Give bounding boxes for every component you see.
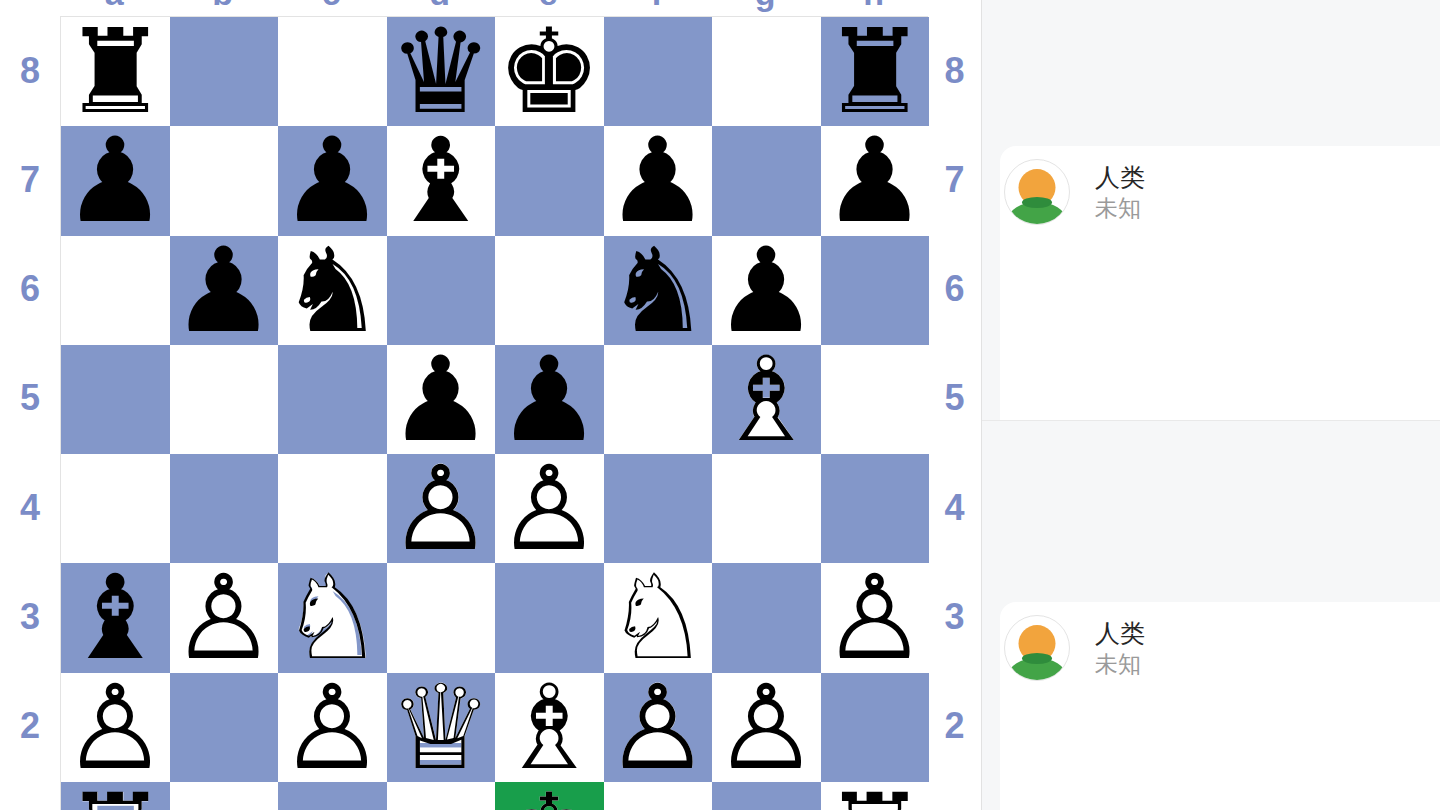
square-g5[interactable]: ♝♗: [712, 345, 821, 454]
rank-labels-left-8: 8: [0, 16, 60, 125]
piece-wK-e1[interactable]: ♚♔: [495, 782, 604, 810]
file-label-g: g: [711, 0, 820, 13]
piece-wP-g2[interactable]: ♟♙: [712, 673, 821, 782]
rank-labels-right-7: 7: [928, 125, 981, 234]
file-labels: abcdefgh: [60, 0, 928, 12]
square-g1[interactable]: [712, 782, 821, 810]
square-a5[interactable]: [61, 345, 170, 454]
file-label-c: c: [277, 0, 386, 13]
square-d1[interactable]: [387, 782, 496, 810]
piece-wP-b3[interactable]: ♟♙: [170, 563, 279, 672]
file-label-f: f: [603, 0, 712, 13]
square-d5[interactable]: ♟: [387, 345, 496, 454]
square-a7[interactable]: ♟: [61, 126, 170, 235]
square-c7[interactable]: ♟: [278, 126, 387, 235]
piece-bP-d5[interactable]: ♟: [387, 345, 496, 454]
square-c6[interactable]: ♞: [278, 236, 387, 345]
square-g7[interactable]: [712, 126, 821, 235]
square-e1[interactable]: ♚♔: [495, 782, 604, 810]
square-h3[interactable]: ♟♙: [821, 563, 930, 672]
side-panel: 人类 未知 人类 未知: [982, 0, 1440, 810]
piece-wP-f2[interactable]: ♟♙: [604, 673, 713, 782]
square-d2[interactable]: ♛♕: [387, 673, 496, 782]
square-d4[interactable]: ♟♙: [387, 454, 496, 563]
square-c2[interactable]: ♟♙: [278, 673, 387, 782]
square-c8[interactable]: [278, 17, 387, 126]
file-label-b: b: [169, 0, 278, 13]
piece-wQ-d2[interactable]: ♛♕: [387, 673, 496, 782]
square-g4[interactable]: [712, 454, 821, 563]
player2-avatar-icon[interactable]: [1004, 615, 1070, 681]
square-e5[interactable]: ♟: [495, 345, 604, 454]
square-e8[interactable]: ♚: [495, 17, 604, 126]
rank-labels-left-1: 1: [0, 781, 60, 810]
square-a2[interactable]: ♟♙: [61, 673, 170, 782]
square-b2[interactable]: [170, 673, 279, 782]
piece-bP-b6[interactable]: ♟: [170, 236, 279, 345]
square-f2[interactable]: ♟♙: [604, 673, 713, 782]
rank-labels-right-6: 6: [928, 235, 981, 344]
square-a4[interactable]: [61, 454, 170, 563]
square-e2[interactable]: ♝♗: [495, 673, 604, 782]
square-a3[interactable]: ♝: [61, 563, 170, 672]
board-region: abcdefgh 87654321 87654321 ♜♛♚♜♟♟♝♟♟♟♞♞♟…: [0, 0, 981, 810]
square-a8[interactable]: ♜: [61, 17, 170, 126]
square-b6[interactable]: ♟: [170, 236, 279, 345]
square-d7[interactable]: ♝: [387, 126, 496, 235]
square-b5[interactable]: [170, 345, 279, 454]
square-f8[interactable]: [604, 17, 713, 126]
square-g8[interactable]: [712, 17, 821, 126]
chess-board: ♜♛♚♜♟♟♝♟♟♟♞♞♟♟♟♝♗♟♙♟♙♝♟♙♞♘♞♘♟♙♟♙♟♙♛♕♝♗♟♙…: [60, 16, 928, 810]
square-h6[interactable]: [821, 236, 930, 345]
rank-labels-right-2: 2: [928, 672, 981, 781]
rank-labels-left-2: 2: [0, 672, 60, 781]
square-c5[interactable]: [278, 345, 387, 454]
piece-wP-c2[interactable]: ♟♙: [278, 673, 387, 782]
piece-wP-a2[interactable]: ♟♙: [61, 673, 170, 782]
piece-bQ-d8[interactable]: ♛: [387, 17, 496, 126]
rank-labels-right-3: 3: [928, 562, 981, 671]
piece-wN-c3[interactable]: ♞♘: [278, 563, 387, 672]
piece-bP-c7[interactable]: ♟: [278, 126, 387, 235]
piece-bN-c6[interactable]: ♞: [278, 236, 387, 345]
rank-labels-right: 87654321: [928, 16, 981, 810]
rank-labels-left: 87654321: [0, 16, 60, 810]
square-h4[interactable]: [821, 454, 930, 563]
piece-bB-d7[interactable]: ♝: [387, 126, 496, 235]
rank-labels-left-4: 4: [0, 453, 60, 562]
square-g6[interactable]: ♟: [712, 236, 821, 345]
piece-bR-h8[interactable]: ♜: [821, 17, 930, 126]
avatar-collar-icon: [1022, 197, 1052, 208]
piece-bP-h7[interactable]: ♟: [821, 126, 930, 235]
square-b7[interactable]: [170, 126, 279, 235]
piece-wN-f3[interactable]: ♞♘: [604, 563, 713, 672]
rank-labels-left-7: 7: [0, 125, 60, 234]
piece-wP-h3[interactable]: ♟♙: [821, 563, 930, 672]
square-b8[interactable]: [170, 17, 279, 126]
square-f5[interactable]: [604, 345, 713, 454]
piece-bR-a8[interactable]: ♜: [61, 17, 170, 126]
square-c4[interactable]: [278, 454, 387, 563]
rank-labels-right-8: 8: [928, 16, 981, 125]
square-g3[interactable]: [712, 563, 821, 672]
square-c1[interactable]: [278, 782, 387, 810]
piece-bP-a7[interactable]: ♟: [61, 126, 170, 235]
piece-bK-e8[interactable]: ♚: [495, 17, 604, 126]
square-d6[interactable]: [387, 236, 496, 345]
piece-bB-a3[interactable]: ♝: [61, 563, 170, 672]
piece-wB-g5[interactable]: ♝♗: [712, 345, 821, 454]
square-e6[interactable]: [495, 236, 604, 345]
rank-labels-right-1: 1: [928, 781, 981, 810]
piece-bN-f6[interactable]: ♞: [604, 236, 713, 345]
square-h8[interactable]: ♜: [821, 17, 930, 126]
square-e7[interactable]: [495, 126, 604, 235]
square-f7[interactable]: ♟: [604, 126, 713, 235]
piece-wP-e4[interactable]: ♟♙: [495, 454, 604, 563]
square-h5[interactable]: [821, 345, 930, 454]
square-f3[interactable]: ♞♘: [604, 563, 713, 672]
piece-wP-d4[interactable]: ♟♙: [387, 454, 496, 563]
player1-status: 未知: [1095, 195, 1141, 221]
square-f4[interactable]: [604, 454, 713, 563]
square-a6[interactable]: [61, 236, 170, 345]
square-g2[interactable]: ♟♙: [712, 673, 821, 782]
player2-name: 人类: [1095, 619, 1145, 647]
square-h7[interactable]: ♟: [821, 126, 930, 235]
rank-labels-left-6: 6: [0, 235, 60, 344]
rank-labels-left-3: 3: [0, 562, 60, 671]
rank-labels-right-4: 4: [928, 453, 981, 562]
piece-bP-g6[interactable]: ♟: [712, 236, 821, 345]
square-e4[interactable]: ♟♙: [495, 454, 604, 563]
player1-avatar-icon[interactable]: [1004, 159, 1070, 225]
square-b3[interactable]: ♟♙: [170, 563, 279, 672]
square-d8[interactable]: ♛: [387, 17, 496, 126]
rank-labels-left-5: 5: [0, 344, 60, 453]
square-h1[interactable]: ♜♖: [821, 782, 930, 810]
square-b1[interactable]: [170, 782, 279, 810]
square-d3[interactable]: [387, 563, 496, 672]
square-f6[interactable]: ♞: [604, 236, 713, 345]
piece-bP-e5[interactable]: ♟: [495, 345, 604, 454]
square-c3[interactable]: ♞♘: [278, 563, 387, 672]
piece-wR-a1[interactable]: ♜♖: [61, 782, 170, 810]
rank-labels-right-5: 5: [928, 344, 981, 453]
square-h2[interactable]: [821, 673, 930, 782]
square-e3[interactable]: [495, 563, 604, 672]
piece-wB-e2[interactable]: ♝♗: [495, 673, 604, 782]
square-b4[interactable]: [170, 454, 279, 563]
avatar-collar-icon: [1022, 653, 1052, 664]
square-f1[interactable]: [604, 782, 713, 810]
app-window: abcdefgh 87654321 87654321 ♜♛♚♜♟♟♝♟♟♟♞♞♟…: [0, 0, 1440, 810]
piece-bP-f7[interactable]: ♟: [604, 126, 713, 235]
piece-wR-h1[interactable]: ♜♖: [821, 782, 930, 810]
player2-status: 未知: [1095, 651, 1141, 677]
section-divider: [982, 420, 1440, 421]
square-a1[interactable]: ♜♖: [61, 782, 170, 810]
player1-name: 人类: [1095, 163, 1145, 191]
